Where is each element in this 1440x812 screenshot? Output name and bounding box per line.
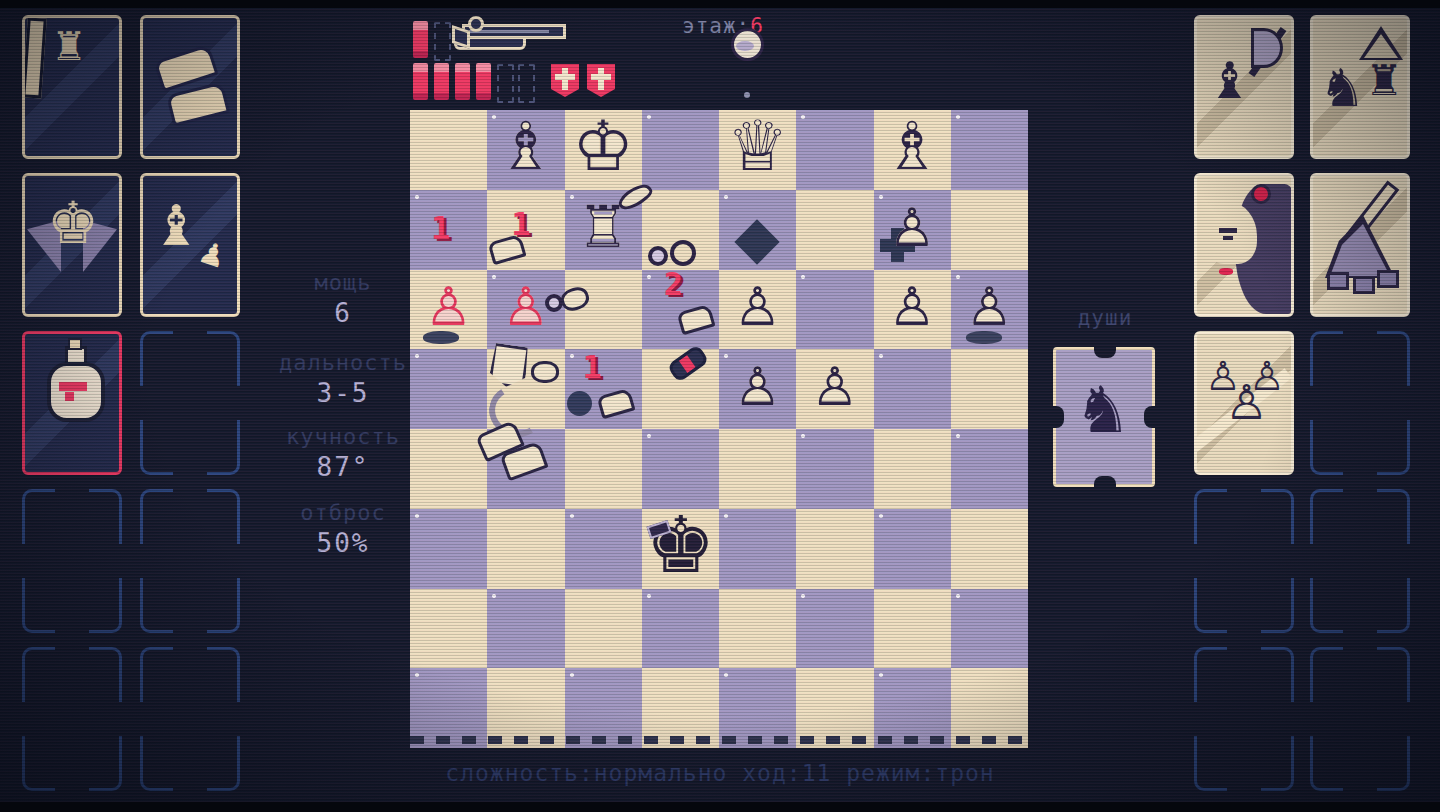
queen-lips [1219,268,1233,275]
square-c3[interactable] [565,509,642,589]
flask-body [47,362,105,422]
square-b6[interactable] [487,270,564,350]
black-card-bishop-pair[interactable]: ♝ ♟ [140,173,240,317]
chess-board: 1121 ♝♗♚♔♛♕♝♗♜♖♟♙♟♙♟♙♟♙♟♙♟♙♟♙♟♙♚ [410,110,1028,748]
black-card-slot-empty-5 [140,647,240,791]
queen-eye [1223,236,1233,240]
white-card-slot-empty-5 [1310,647,1410,791]
rubble-block [1353,276,1375,294]
black-card-slot-empty-1 [140,331,240,475]
square-g7[interactable] [874,190,951,270]
square-h8[interactable] [951,110,1028,190]
boot-icon [166,81,230,126]
square-e3[interactable] [719,509,796,589]
rubble-block [1327,272,1349,290]
stat-power: мощь 6 [268,270,418,328]
souls-card-knight[interactable]: ♞ [1053,347,1155,487]
square-b3[interactable] [487,509,564,589]
stat-knockback-label: отброс [268,500,418,525]
white-card-slot-empty-1 [1310,331,1410,475]
square-e2[interactable] [719,589,796,669]
status-bar: сложность:нормально ход:11 режим:трон [380,760,1060,786]
square-g8[interactable] [874,110,951,190]
move-counter: ход:11 [742,760,831,786]
square-b4[interactable] [487,429,564,509]
square-a2[interactable] [410,589,487,669]
square-f8[interactable] [796,110,873,190]
knight-soul-icon: ♞ [1074,378,1131,442]
square-a6[interactable] [410,270,487,350]
square-d3[interactable] [642,509,719,589]
black-card-slot-empty-4 [22,647,122,791]
crt-bottom-bar [0,802,1440,812]
square-f7[interactable] [796,190,873,270]
square-e7[interactable] [719,190,796,270]
soul-orb [731,28,764,61]
crown-gem [1251,184,1271,204]
square-f5[interactable] [796,349,873,429]
square-a7[interactable] [410,190,487,270]
square-h2[interactable] [951,589,1028,669]
square-c2[interactable] [565,589,642,669]
black-card-boots[interactable] [140,15,240,159]
square-e4[interactable] [719,429,796,509]
black-card-winged-king[interactable]: ♚ [22,173,122,317]
square-f2[interactable] [796,589,873,669]
white-card-execution-axe[interactable]: ♝ [1194,15,1294,159]
white-card-slot-empty-3 [1310,489,1410,633]
square-g6[interactable] [874,270,951,350]
reserve-shell-2-full [434,63,449,100]
stat-spread: кучность 87° [268,424,418,482]
square-g4[interactable] [874,429,951,509]
chamber-shell-empty [434,22,451,61]
square-c5[interactable] [565,349,642,429]
square-b8[interactable] [487,110,564,190]
puzzle-notch [1094,476,1116,488]
stat-spread-value: 87° [268,452,418,482]
reserve-shell-3-full [455,63,470,100]
puzzle-notch [1052,406,1064,428]
white-card-rubble-sword[interactable] [1310,173,1410,317]
stat-range: дальность 3-5 [268,350,418,408]
square-h5[interactable] [951,349,1028,429]
square-d6[interactable] [642,270,719,350]
square-f4[interactable] [796,429,873,509]
board-bottom-dashes [410,736,1028,744]
square-c4[interactable] [565,429,642,509]
square-a3[interactable] [410,509,487,589]
stat-range-label: дальность [268,350,418,375]
square-b7[interactable] [487,190,564,270]
reserve-shell-6-empty [518,64,535,103]
square-b2[interactable] [487,589,564,669]
stat-range-value: 3-5 [268,378,418,408]
rook-staff-handle [22,17,47,98]
square-e5[interactable] [719,349,796,429]
souls-label: души [1040,306,1170,330]
square-g3[interactable] [874,509,951,589]
white-card-slot-empty-4 [1194,647,1294,791]
square-e8[interactable] [719,110,796,190]
stat-spread-label: кучность [268,424,418,449]
flask-shotgun [59,382,87,391]
soul-orb-spark [744,92,750,98]
square-h4[interactable] [951,429,1028,509]
square-g2[interactable] [874,589,951,669]
square-f6[interactable] [796,270,873,350]
queen-eye [1219,228,1237,233]
white-card-slot-empty-2 [1194,489,1294,633]
square-a8[interactable] [410,110,487,190]
square-h7[interactable] [951,190,1028,270]
puzzle-notch [1144,406,1156,428]
flask-shotgun-grip [65,392,74,401]
reserve-shell-4-full [476,63,491,100]
square-d7[interactable] [642,190,719,270]
square-b5[interactable] [487,349,564,429]
black-card-slot-empty-3 [140,489,240,633]
reserve-shell-5-empty [497,64,514,103]
shotgun-sight [468,16,484,32]
black-card-shotgun-flask[interactable] [22,331,122,475]
rubble-block [1377,270,1399,288]
stat-knockback-value: 50% [268,528,418,558]
board-squares [410,110,1028,748]
square-c6[interactable] [565,270,642,350]
flask-cork [68,338,82,350]
square-d5[interactable] [642,349,719,429]
square-f3[interactable] [796,509,873,589]
white-card-queen-portrait[interactable] [1194,173,1294,317]
square-a4[interactable] [410,429,487,509]
square-c7[interactable] [565,190,642,270]
white-card-pawn-trio[interactable]: ♙ ♙ ♙ [1194,331,1294,475]
stat-power-value: 6 [268,298,418,328]
black-card-slot-empty-2 [22,489,122,633]
square-d8[interactable] [642,110,719,190]
stat-knockback: отброс 50% [268,500,418,558]
axe-blade [1251,28,1283,68]
square-a5[interactable] [410,349,487,429]
reserve-shell-1-full [413,63,428,100]
difficulty-text: сложность:нормально [445,760,727,786]
black-card-rook-staff[interactable]: ♜ [22,15,122,159]
shotgun-icon [452,16,568,60]
square-h3[interactable] [951,509,1028,589]
game-screen: этаж:6 мощь 6 дальность 3-5 кучность 87°… [0,0,1440,812]
armor-shield-2 [587,64,615,97]
square-e6[interactable] [719,270,796,350]
armor-shield-1 [551,64,579,97]
crt-top-bar [0,0,1440,8]
square-h6[interactable] [951,270,1028,350]
chamber-shell-full [413,21,428,58]
square-g5[interactable] [874,349,951,429]
square-c8[interactable] [565,110,642,190]
white-card-knight-and-tower[interactable]: ♞ ♜ [1310,15,1410,159]
puzzle-notch [1094,346,1116,358]
square-d2[interactable] [642,589,719,669]
mode-text: режим:трон [846,760,994,786]
square-d4[interactable] [642,429,719,509]
stat-power-label: мощь [268,270,418,295]
